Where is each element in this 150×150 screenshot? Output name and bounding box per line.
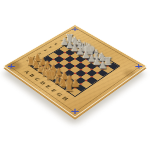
diamond-inlay-icon — [69, 48, 71, 49]
diamond-inlay-icon — [63, 58, 65, 59]
diamond-inlay-icon — [79, 62, 81, 64]
diamond-inlay-icon — [58, 55, 60, 56]
board-surface: 87654321 ABCDEFGH ♜♞♝♛♚♝♞♜♟♟♟♟♟♟♟♟♟♟♟♟♟♟… — [4, 25, 145, 116]
photo-canvas: 87654321 ABCDEFGH ♜♞♝♛♚♝♞♜♟♟♟♟♟♟♟♟♟♟♟♟♟♟… — [0, 0, 150, 150]
diamond-inlay-icon — [68, 55, 70, 56]
chess-board: 87654321 ABCDEFGH ♜♞♝♛♚♝♞♜♟♟♟♟♟♟♟♟♟♟♟♟♟♟… — [4, 25, 145, 116]
diamond-inlay-icon — [74, 45, 76, 46]
diamond-inlay-icon — [52, 58, 54, 59]
diamond-inlay-icon — [95, 58, 97, 59]
diamond-inlay-icon — [47, 62, 49, 64]
rank-label-3: 3 — [36, 51, 43, 55]
diamond-inlay-icon — [74, 58, 76, 59]
diamond-inlay-icon — [84, 52, 86, 53]
diamond-inlay-icon — [79, 55, 81, 56]
corner-star-icon — [72, 27, 78, 31]
diamond-inlay-icon — [63, 52, 65, 53]
diamond-inlay-icon — [96, 72, 99, 74]
diamond-inlay-icon — [90, 55, 92, 56]
diamond-inlay-icon — [68, 62, 70, 64]
diamond-inlay-icon — [85, 58, 87, 59]
diamond-inlay-icon — [90, 62, 92, 64]
diamond-inlay-icon — [74, 80, 76, 82]
